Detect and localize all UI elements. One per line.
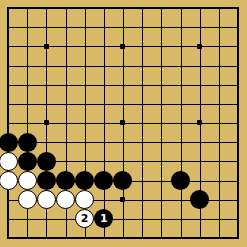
move-number-label: 2 xyxy=(81,213,89,224)
board-intersection[interactable] xyxy=(209,171,228,190)
board-intersection[interactable] xyxy=(133,190,152,209)
board-intersection[interactable] xyxy=(18,209,37,228)
board-intersection[interactable] xyxy=(133,18,152,37)
board-intersection[interactable] xyxy=(75,0,94,18)
board-intersection[interactable] xyxy=(190,152,209,171)
board-intersection[interactable] xyxy=(94,75,113,94)
board-intersection[interactable] xyxy=(56,94,75,113)
board-intersection[interactable] xyxy=(56,0,75,18)
board-intersection[interactable] xyxy=(0,37,18,56)
board-intersection[interactable] xyxy=(18,171,37,190)
white-stone xyxy=(37,190,56,209)
board-intersection[interactable] xyxy=(75,94,94,113)
board-intersection[interactable] xyxy=(18,228,37,247)
board-intersection[interactable] xyxy=(0,113,18,132)
board-intersection[interactable] xyxy=(18,113,37,132)
star-point xyxy=(44,120,49,125)
board-intersection[interactable] xyxy=(0,56,18,75)
board-intersection[interactable] xyxy=(209,94,228,113)
board-intersection[interactable] xyxy=(209,37,228,56)
board-intersection[interactable] xyxy=(152,209,171,228)
black-stone xyxy=(75,171,94,190)
board-intersection[interactable] xyxy=(56,152,75,171)
board-intersection[interactable] xyxy=(190,190,209,209)
board-intersection[interactable] xyxy=(94,171,113,190)
board-intersection[interactable] xyxy=(56,56,75,75)
board-intersection[interactable]: 2 xyxy=(75,209,94,228)
board-intersection[interactable] xyxy=(133,94,152,113)
board-intersection[interactable] xyxy=(171,56,190,75)
board-intersection[interactable] xyxy=(113,228,132,247)
black-stone xyxy=(18,152,37,171)
board-intersection[interactable] xyxy=(94,133,113,152)
board-intersection[interactable] xyxy=(0,171,18,190)
white-stone xyxy=(18,190,37,209)
board-intersection[interactable] xyxy=(94,94,113,113)
board-intersection[interactable] xyxy=(228,171,247,190)
board-intersection[interactable] xyxy=(113,94,132,113)
board-intersection[interactable] xyxy=(152,228,171,247)
board-intersection[interactable] xyxy=(0,0,18,18)
white-stone xyxy=(75,190,94,209)
board-intersection[interactable] xyxy=(0,133,18,152)
board-intersection[interactable] xyxy=(190,56,209,75)
board-intersection[interactable] xyxy=(171,152,190,171)
board-intersection[interactable] xyxy=(209,56,228,75)
board-intersection[interactable] xyxy=(75,133,94,152)
board-intersection[interactable] xyxy=(37,0,56,18)
board-intersection[interactable] xyxy=(209,133,228,152)
white-stone xyxy=(56,190,75,209)
board-intersection[interactable] xyxy=(190,228,209,247)
board-intersection[interactable] xyxy=(171,18,190,37)
go-board: 21 xyxy=(0,0,247,247)
board-intersection[interactable] xyxy=(18,37,37,56)
board-intersection[interactable] xyxy=(190,18,209,37)
board-intersection[interactable] xyxy=(56,190,75,209)
board-intersection[interactable] xyxy=(37,133,56,152)
board-intersection[interactable] xyxy=(0,75,18,94)
board-intersection[interactable] xyxy=(152,75,171,94)
board-intersection[interactable] xyxy=(190,94,209,113)
board-intersection[interactable] xyxy=(133,75,152,94)
board-intersection[interactable] xyxy=(18,18,37,37)
board-intersection[interactable] xyxy=(37,18,56,37)
board-intersection[interactable] xyxy=(152,56,171,75)
board-intersection[interactable] xyxy=(37,75,56,94)
white-stone xyxy=(18,171,37,190)
board-intersection[interactable] xyxy=(209,113,228,132)
board-intersection[interactable] xyxy=(190,133,209,152)
board-intersection[interactable] xyxy=(190,113,209,132)
board-intersection[interactable] xyxy=(209,228,228,247)
board-intersection[interactable] xyxy=(18,0,37,18)
board-intersection[interactable] xyxy=(209,152,228,171)
board-intersection[interactable] xyxy=(0,190,18,209)
board-intersection[interactable] xyxy=(133,152,152,171)
board-intersection[interactable] xyxy=(228,37,247,56)
board-intersection[interactable] xyxy=(75,113,94,132)
board-intersection[interactable] xyxy=(56,37,75,56)
board-intersection[interactable] xyxy=(171,37,190,56)
board-intersection[interactable] xyxy=(56,228,75,247)
board-intersection[interactable] xyxy=(18,94,37,113)
black-stone xyxy=(37,171,56,190)
black-stone xyxy=(190,190,209,209)
black-stone xyxy=(37,152,56,171)
board-intersection[interactable] xyxy=(171,171,190,190)
star-point xyxy=(197,120,202,125)
board-intersection[interactable] xyxy=(152,171,171,190)
white-stone: 2 xyxy=(75,209,94,228)
board-intersection[interactable] xyxy=(190,209,209,228)
board-intersection[interactable] xyxy=(37,228,56,247)
board-intersection[interactable] xyxy=(152,190,171,209)
board-intersection[interactable] xyxy=(228,133,247,152)
board-intersection[interactable] xyxy=(94,0,113,18)
board-intersection[interactable] xyxy=(94,18,113,37)
board-intersection[interactable] xyxy=(171,0,190,18)
board-intersection[interactable] xyxy=(171,228,190,247)
board-intersection[interactable] xyxy=(209,75,228,94)
board-intersection[interactable] xyxy=(94,190,113,209)
board-intersection[interactable] xyxy=(113,209,132,228)
board-intersection[interactable] xyxy=(228,18,247,37)
board-intersection[interactable] xyxy=(75,75,94,94)
board-intersection[interactable] xyxy=(94,56,113,75)
board-intersection[interactable] xyxy=(152,113,171,132)
board-intersection[interactable] xyxy=(190,0,209,18)
board-intersection[interactable] xyxy=(113,171,132,190)
board-intersection[interactable] xyxy=(56,209,75,228)
board-intersection[interactable] xyxy=(228,94,247,113)
board-intersection[interactable] xyxy=(190,171,209,190)
board-intersection[interactable] xyxy=(133,228,152,247)
board-intersection[interactable] xyxy=(18,75,37,94)
board-intersection[interactable] xyxy=(133,113,152,132)
board-intersection[interactable] xyxy=(228,209,247,228)
black-stone xyxy=(56,171,75,190)
board-intersection[interactable] xyxy=(0,209,18,228)
board-intersection[interactable] xyxy=(0,152,18,171)
board-intersection[interactable] xyxy=(228,228,247,247)
board-intersection[interactable]: 1 xyxy=(94,209,113,228)
black-stone xyxy=(0,133,18,152)
board-intersection[interactable] xyxy=(37,56,56,75)
board-intersection[interactable] xyxy=(18,133,37,152)
board-intersection[interactable] xyxy=(113,133,132,152)
board-intersection[interactable] xyxy=(75,171,94,190)
black-stone xyxy=(18,133,37,152)
board-intersections: 21 xyxy=(0,0,247,247)
board-intersection[interactable] xyxy=(133,209,152,228)
board-intersection[interactable] xyxy=(152,94,171,113)
board-intersection[interactable] xyxy=(133,0,152,18)
board-intersection[interactable] xyxy=(171,75,190,94)
board-intersection[interactable] xyxy=(228,75,247,94)
board-intersection[interactable] xyxy=(37,152,56,171)
star-point xyxy=(120,120,125,125)
board-intersection[interactable] xyxy=(133,171,152,190)
board-intersection[interactable] xyxy=(56,75,75,94)
board-intersection[interactable] xyxy=(209,18,228,37)
board-intersection[interactable] xyxy=(133,56,152,75)
board-intersection[interactable] xyxy=(0,18,18,37)
board-intersection[interactable] xyxy=(0,228,18,247)
board-intersection[interactable] xyxy=(113,113,132,132)
board-intersection[interactable] xyxy=(152,133,171,152)
board-intersection[interactable] xyxy=(113,56,132,75)
board-intersection[interactable] xyxy=(228,56,247,75)
board-intersection[interactable] xyxy=(0,94,18,113)
board-intersection[interactable] xyxy=(37,209,56,228)
black-stone xyxy=(171,171,190,190)
board-intersection[interactable] xyxy=(228,152,247,171)
board-intersection[interactable] xyxy=(94,152,113,171)
black-stone: 1 xyxy=(94,209,113,228)
board-intersection[interactable] xyxy=(37,190,56,209)
board-intersection[interactable] xyxy=(152,152,171,171)
board-intersection[interactable] xyxy=(113,37,132,56)
board-intersection[interactable] xyxy=(75,56,94,75)
board-intersection[interactable] xyxy=(228,190,247,209)
board-intersection[interactable] xyxy=(113,0,132,18)
board-intersection[interactable] xyxy=(133,37,152,56)
board-intersection[interactable] xyxy=(209,0,228,18)
board-intersection[interactable] xyxy=(113,18,132,37)
board-intersection[interactable] xyxy=(18,152,37,171)
board-intersection[interactable] xyxy=(228,113,247,132)
star-point xyxy=(120,44,125,49)
board-intersection[interactable] xyxy=(133,133,152,152)
board-intersection[interactable] xyxy=(94,37,113,56)
board-intersection[interactable] xyxy=(94,228,113,247)
white-stone xyxy=(0,171,18,190)
board-intersection[interactable] xyxy=(113,190,132,209)
board-intersection[interactable] xyxy=(171,190,190,209)
board-intersection[interactable] xyxy=(56,133,75,152)
board-intersection[interactable] xyxy=(75,18,94,37)
board-intersection[interactable] xyxy=(37,37,56,56)
board-intersection[interactable] xyxy=(152,18,171,37)
board-intersection[interactable] xyxy=(75,228,94,247)
star-point xyxy=(120,197,125,202)
board-intersection[interactable] xyxy=(190,75,209,94)
board-intersection[interactable] xyxy=(190,37,209,56)
board-intersection[interactable] xyxy=(56,171,75,190)
board-intersection[interactable] xyxy=(37,94,56,113)
board-intersection[interactable] xyxy=(152,37,171,56)
board-intersection[interactable] xyxy=(171,94,190,113)
board-intersection[interactable] xyxy=(75,190,94,209)
board-intersection[interactable] xyxy=(209,209,228,228)
black-stone xyxy=(94,171,113,190)
white-stone xyxy=(0,152,18,171)
board-intersection[interactable] xyxy=(171,209,190,228)
board-intersection[interactable] xyxy=(94,113,113,132)
board-intersection[interactable] xyxy=(37,171,56,190)
board-intersection[interactable] xyxy=(152,0,171,18)
board-intersection[interactable] xyxy=(56,113,75,132)
board-intersection[interactable] xyxy=(113,75,132,94)
board-intersection[interactable] xyxy=(228,0,247,18)
board-intersection[interactable] xyxy=(56,18,75,37)
board-intersection[interactable] xyxy=(37,113,56,132)
board-intersection[interactable] xyxy=(75,152,94,171)
board-intersection[interactable] xyxy=(171,113,190,132)
board-intersection[interactable] xyxy=(113,152,132,171)
board-intersection[interactable] xyxy=(18,190,37,209)
board-intersection[interactable] xyxy=(171,133,190,152)
star-point xyxy=(197,44,202,49)
board-intersection[interactable] xyxy=(209,190,228,209)
move-number-label: 1 xyxy=(100,213,108,224)
black-stone xyxy=(113,171,132,190)
board-intersection[interactable] xyxy=(75,37,94,56)
board-intersection[interactable] xyxy=(18,56,37,75)
star-point xyxy=(44,44,49,49)
